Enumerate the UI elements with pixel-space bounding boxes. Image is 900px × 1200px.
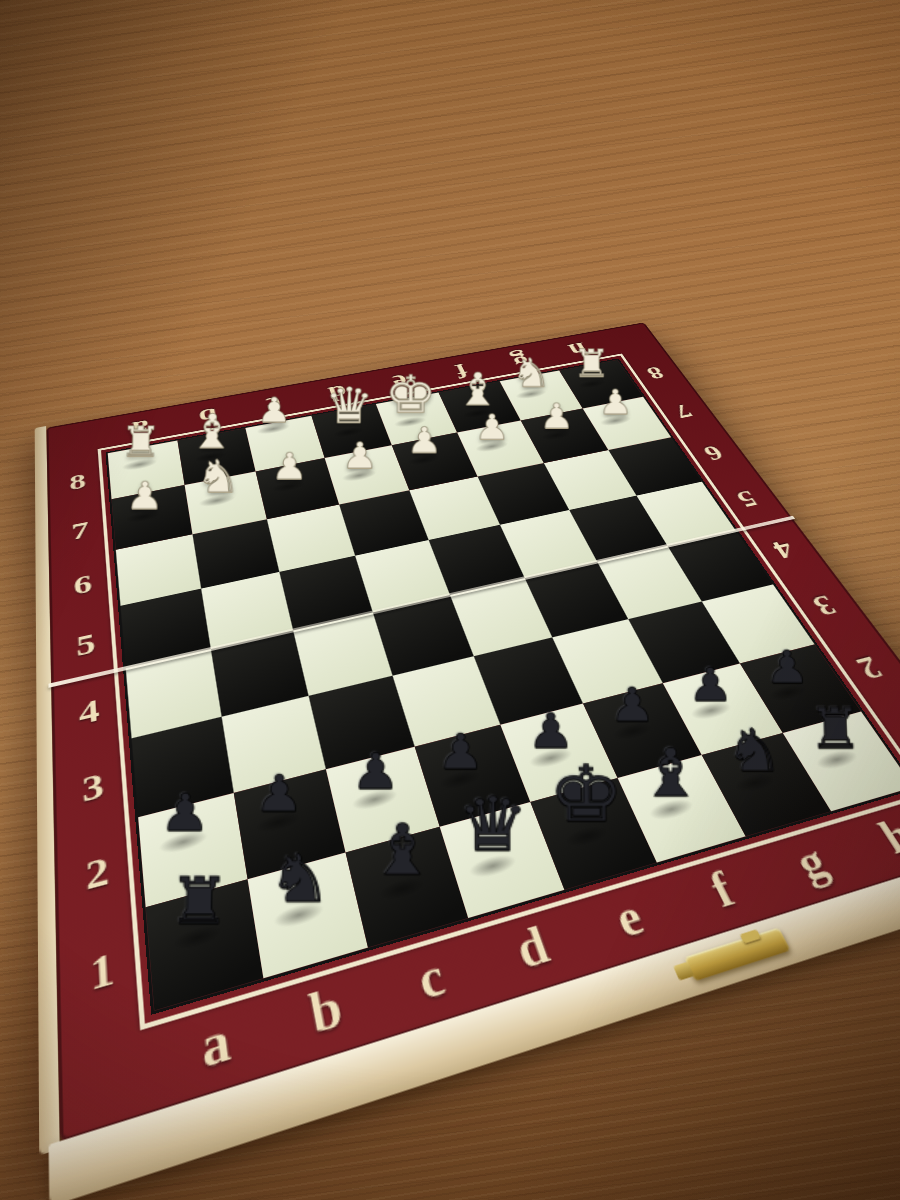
file-label-b: b — [172, 395, 245, 439]
square-a6[interactable] — [116, 534, 201, 606]
black-pawn-c2[interactable]: ♟ — [351, 747, 400, 797]
square-f6[interactable] — [478, 463, 570, 525]
square-d7[interactable]: ♟ — [325, 445, 410, 504]
square-a7[interactable]: ♟ — [112, 485, 193, 550]
black-knight-g1[interactable]: ♞ — [724, 721, 783, 780]
rank-label-8: 8 — [48, 454, 108, 511]
black-king-e1[interactable]: ♚ — [548, 755, 625, 833]
square-c7[interactable]: ♟ — [256, 458, 340, 519]
square-g6[interactable] — [544, 450, 637, 510]
piece-shadow — [507, 385, 555, 403]
white-pawn-a7[interactable]: ♟ — [125, 477, 164, 515]
rank-label-7: 7 — [49, 500, 112, 563]
white-pawn-h7[interactable]: ♟ — [598, 385, 633, 419]
piece-shadow — [591, 411, 641, 431]
file-label-d: d — [301, 372, 375, 414]
piece-shadow — [185, 446, 236, 467]
white-pawn-d7[interactable]: ♟ — [341, 437, 378, 473]
black-rook-a1[interactable]: ♜ — [168, 869, 231, 933]
square-a8[interactable]: ♜ — [108, 440, 185, 499]
photo-canvas: abcdefgh abcdefgh 87654321 87654321 ♜♝♟♛… — [0, 0, 900, 1200]
white-pawn-g7[interactable]: ♟ — [539, 399, 574, 434]
square-c8[interactable]: ♟ — [245, 416, 324, 472]
square-e6[interactable] — [409, 476, 500, 540]
piece-shadow — [190, 489, 243, 512]
piece-shadow — [324, 422, 374, 442]
square-f5[interactable] — [500, 510, 597, 578]
square-f7[interactable]: ♟ — [457, 420, 544, 476]
square-e8[interactable]: ♚ — [376, 393, 457, 446]
piece-shadow — [116, 505, 170, 529]
piece-shadow — [262, 475, 315, 497]
square-d6[interactable] — [339, 490, 428, 555]
file-labels-far: abcdefgh — [105, 331, 616, 451]
piece-shadow — [386, 412, 436, 432]
piece-shadow — [333, 465, 385, 487]
square-d4[interactable] — [373, 595, 474, 676]
black-pawn-h2[interactable]: ♟ — [764, 645, 810, 690]
square-b8[interactable]: ♝ — [178, 428, 256, 485]
black-pawn-g2[interactable]: ♟ — [687, 662, 733, 708]
scene: abcdefgh abcdefgh 87654321 87654321 ♜♝♟♛… — [0, 60, 900, 1160]
white-knight-b7[interactable]: ♞ — [195, 454, 241, 499]
black-bishop-c1[interactable]: ♝ — [368, 815, 436, 885]
piece-shadow — [114, 454, 165, 475]
piece-shadow — [453, 404, 502, 423]
piece-shadow — [398, 449, 450, 470]
white-pawn-f7[interactable]: ♟ — [474, 410, 509, 445]
square-b7[interactable]: ♞ — [185, 471, 267, 534]
piece-shadow — [466, 436, 517, 457]
black-pawn-d2[interactable]: ♟ — [437, 728, 485, 777]
square-f8[interactable]: ♝ — [439, 381, 521, 432]
square-g8[interactable]: ♞ — [500, 370, 583, 420]
black-queen-d1[interactable]: ♛ — [457, 788, 529, 862]
chess-board: abcdefgh abcdefgh 87654321 87654321 ♜♝♟♛… — [46, 322, 900, 1143]
black-pawn-a2[interactable]: ♟ — [159, 787, 210, 838]
black-pawn-b2[interactable]: ♟ — [254, 769, 304, 820]
black-knight-b1[interactable]: ♞ — [268, 845, 333, 911]
piece-shadow — [531, 425, 582, 445]
square-g7[interactable]: ♟ — [521, 408, 609, 463]
black-rook-h1[interactable]: ♜ — [808, 701, 864, 757]
file-label-c: c — [238, 383, 311, 426]
white-pawn-e7[interactable]: ♟ — [406, 422, 442, 458]
square-g5[interactable] — [569, 496, 667, 562]
file-label-a: a — [105, 406, 177, 451]
black-bishop-f1[interactable]: ♝ — [638, 740, 703, 806]
square-c6[interactable] — [267, 505, 355, 572]
white-pawn-c7[interactable]: ♟ — [271, 448, 308, 485]
piece-shadow — [568, 375, 616, 393]
square-d8[interactable]: ♛ — [311, 404, 391, 458]
rank-label-1: 1 — [58, 909, 150, 1039]
square-e5[interactable] — [429, 525, 525, 595]
square-e7[interactable]: ♟ — [392, 433, 478, 491]
square-b6[interactable] — [192, 519, 279, 588]
brass-clasp-icon — [684, 928, 790, 982]
black-pawn-f2[interactable]: ♟ — [609, 682, 655, 729]
